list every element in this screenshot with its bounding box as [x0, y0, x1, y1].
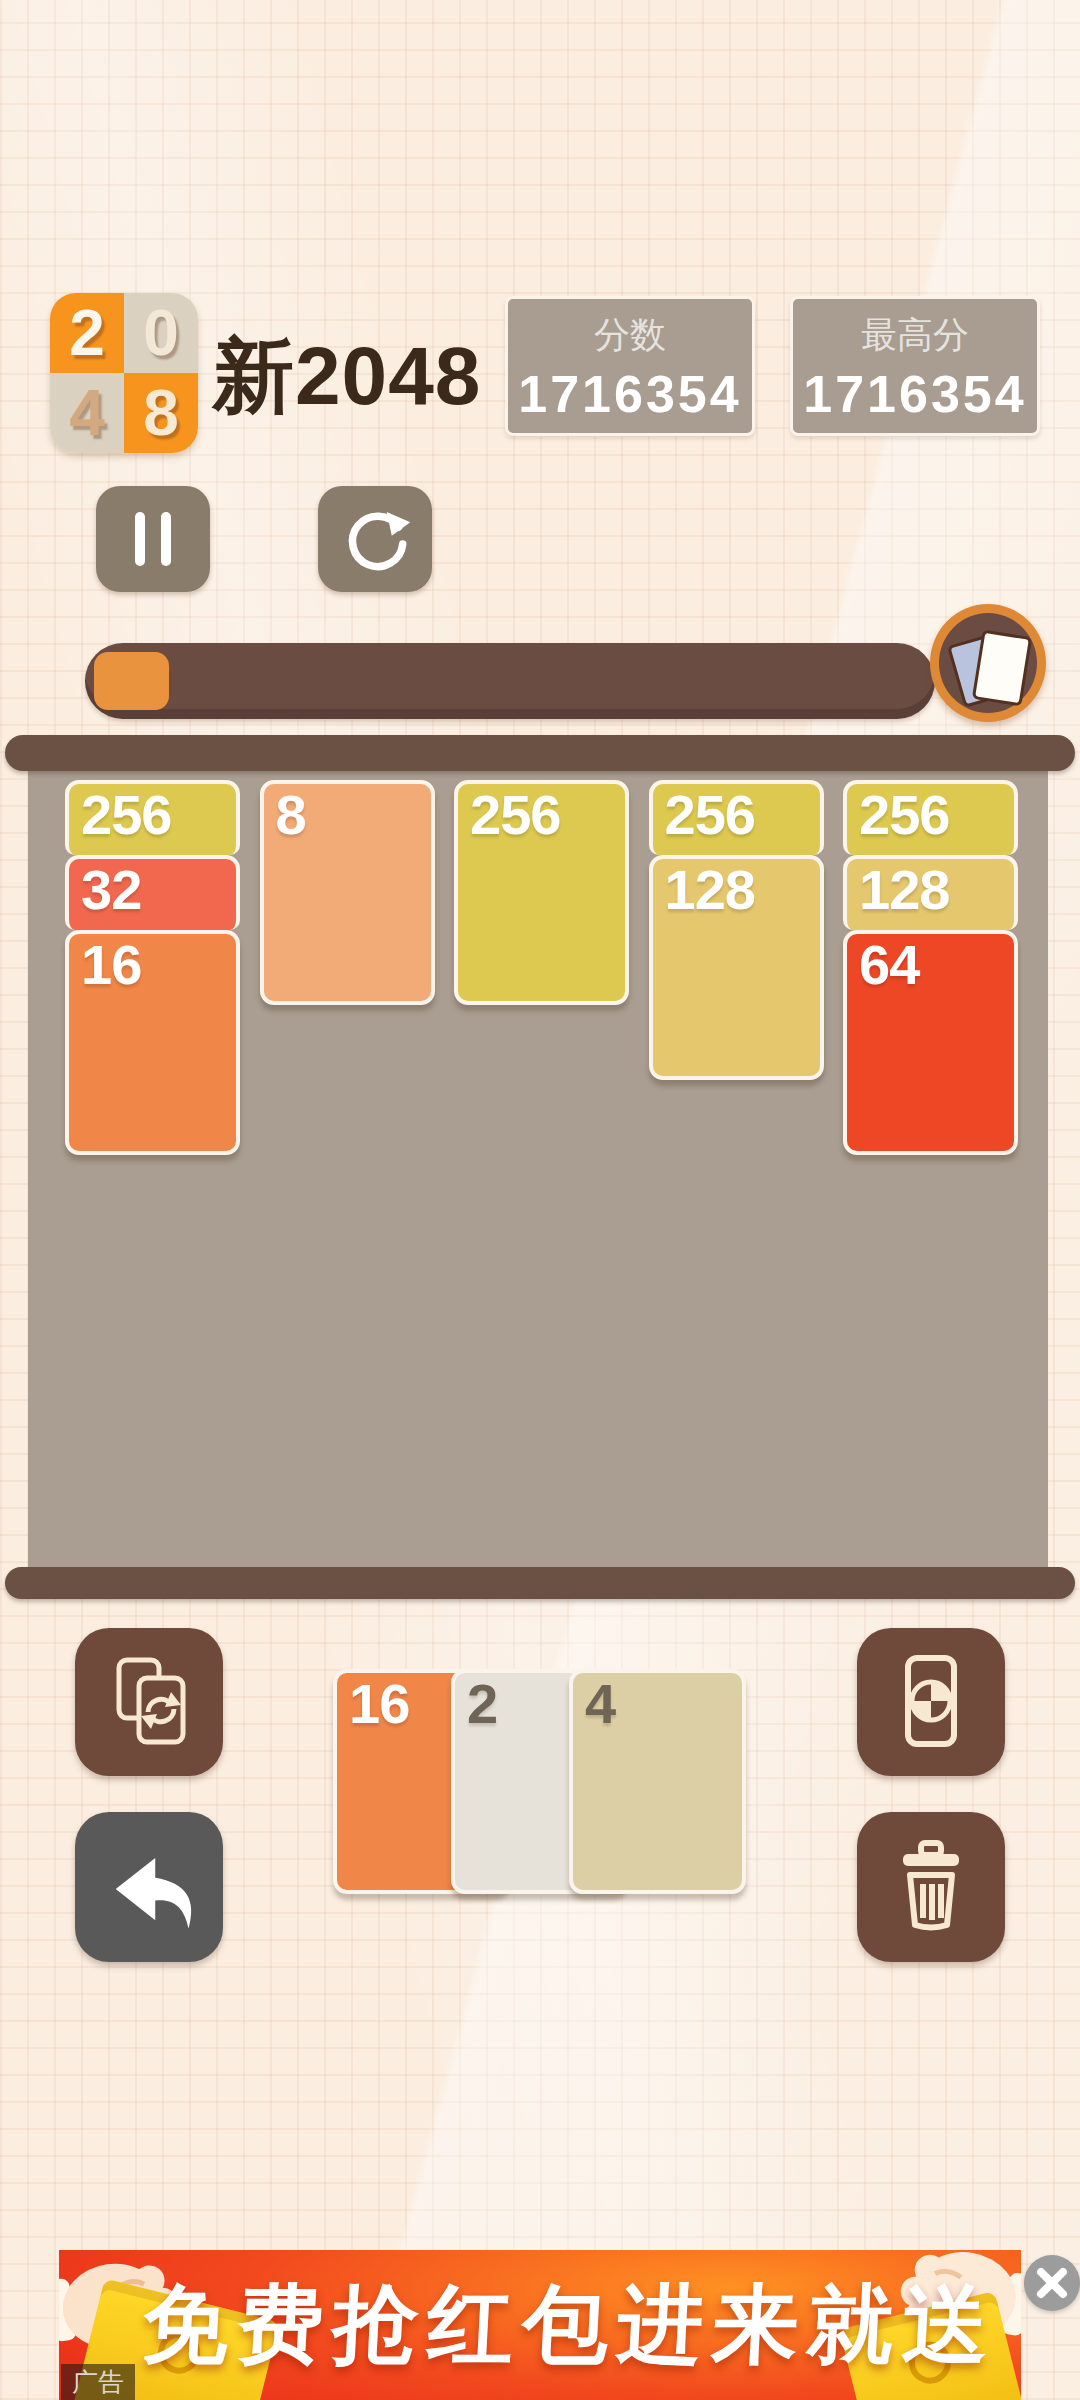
wild-card-icon [881, 1652, 981, 1752]
card-value: 64 [847, 934, 1014, 995]
score-box: 分数 1716354 [505, 296, 755, 436]
card-16[interactable]: 16 [65, 930, 240, 1155]
card-value: 8 [264, 784, 431, 845]
card-256[interactable]: 256 [843, 780, 1018, 855]
wild-card-button[interactable] [857, 1628, 1005, 1776]
card-8[interactable]: 8 [260, 780, 435, 1005]
logo-tile-4: 4 [50, 373, 124, 453]
board-column-4[interactable]: 256128 [649, 780, 824, 1080]
restart-button[interactable] [318, 486, 432, 592]
card-value: 128 [847, 859, 1014, 920]
app-screen: 2 0 4 8 新2048 分数 1716354 最高分 1716354 256… [0, 0, 1080, 2400]
card-64[interactable]: 64 [843, 930, 1018, 1155]
best-score-box: 最高分 1716354 [790, 296, 1040, 436]
card-value: 256 [458, 784, 625, 845]
ad-banner[interactable]: 免费抢红包进来就送 广告 [59, 2250, 1021, 2400]
card-256[interactable]: 256 [649, 780, 824, 855]
swap-cards-icon [99, 1652, 199, 1752]
best-score-label: 最高分 [793, 311, 1037, 360]
card-256[interactable]: 256 [454, 780, 629, 1005]
page-title: 新2048 [212, 322, 481, 432]
trash-can-icon [881, 1837, 981, 1937]
logo-tile-0: 0 [124, 293, 198, 373]
swap-cards-button[interactable] [75, 1628, 223, 1776]
board-column-3[interactable]: 256 [454, 780, 629, 1005]
board-grid[interactable]: 2563216825625612825612864 [65, 780, 1018, 1155]
score-label: 分数 [508, 311, 752, 360]
card-value: 16 [69, 934, 236, 995]
board-column-1[interactable]: 2563216 [65, 780, 240, 1155]
card-256[interactable]: 256 [65, 780, 240, 855]
card-4[interactable]: 4 [569, 1669, 746, 1894]
ad-text: 免费抢红包进来就送 [155, 2250, 985, 2400]
app-logo: 2 0 4 8 [50, 293, 198, 453]
card-value: 32 [69, 859, 236, 920]
board-bottom-bar [5, 1567, 1075, 1599]
logo-tile-2: 2 [50, 293, 124, 373]
pause-button[interactable] [96, 486, 210, 592]
score-value: 1716354 [508, 364, 752, 424]
board-column-2[interactable]: 8 [260, 780, 435, 1005]
undo-arrow-icon [97, 1835, 201, 1939]
board-column-5[interactable]: 25612864 [843, 780, 1018, 1155]
card-value: 4 [573, 1673, 742, 1734]
board-top-bar [5, 735, 1075, 771]
close-icon [1024, 2255, 1080, 2311]
card-value: 256 [69, 784, 236, 845]
card-value: 256 [653, 784, 820, 845]
card-128[interactable]: 128 [843, 855, 1018, 930]
ad-tag: 广告 [61, 2364, 135, 2400]
progress-fill [94, 652, 169, 710]
best-score-value: 1716354 [793, 364, 1037, 424]
card-128[interactable]: 128 [649, 855, 824, 1080]
ad-close-button[interactable] [1024, 2255, 1080, 2311]
restart-icon [333, 497, 417, 581]
pause-icon [135, 512, 145, 566]
card-value: 256 [847, 784, 1014, 845]
level-progress-bar [85, 643, 935, 719]
undo-button[interactable] [75, 1812, 223, 1962]
deck-button[interactable] [930, 604, 1046, 722]
trash-button[interactable] [857, 1812, 1005, 1962]
card-value: 128 [653, 859, 820, 920]
card-32[interactable]: 32 [65, 855, 240, 930]
logo-tile-8: 8 [124, 373, 198, 453]
